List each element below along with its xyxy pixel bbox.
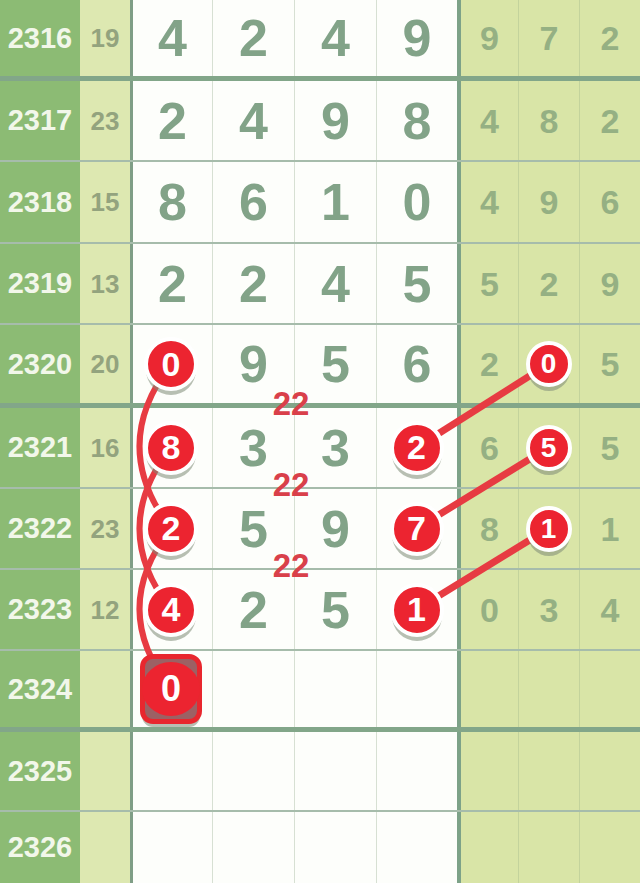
cell-2320-issue: 2320 <box>0 325 80 403</box>
cell-2324-sum <box>80 651 130 727</box>
cell-2325-r2 <box>518 732 579 810</box>
row-2322: 2322232597811 <box>0 489 640 570</box>
cell-2321-r1: 6 <box>457 408 518 487</box>
cell-2323-d3: 5 <box>294 570 376 649</box>
cell-2318-r3: 6 <box>579 162 640 242</box>
cell-2316-d4: 9 <box>376 0 457 76</box>
cell-2316-r2: 7 <box>518 0 579 76</box>
cell-2321-r3: 5 <box>579 408 640 487</box>
cell-2318-d2: 6 <box>212 162 294 242</box>
cell-2321-sum: 16 <box>80 408 130 487</box>
cell-2320-r2: 0 <box>518 325 579 403</box>
cell-2324-d2 <box>212 651 294 727</box>
cell-2316-r1: 9 <box>457 0 518 76</box>
cell-2323-r2: 3 <box>518 570 579 649</box>
cell-2317-d1: 2 <box>130 81 212 160</box>
row-2320: 2320200956205 <box>0 325 640 408</box>
cell-2326-sum <box>80 812 130 883</box>
cell-2324-r2 <box>518 651 579 727</box>
cell-2325-d1 <box>130 732 212 810</box>
cell-2321-r2: 5 <box>518 408 579 487</box>
cell-2319-sum: 13 <box>80 244 130 323</box>
cell-2324-r1 <box>457 651 518 727</box>
cell-2326-d4 <box>376 812 457 883</box>
cell-2316-sum: 19 <box>80 0 130 76</box>
cell-2326-r2 <box>518 812 579 883</box>
cell-2316-d2: 2 <box>212 0 294 76</box>
cell-2323-sum: 12 <box>80 570 130 649</box>
cell-2326-d1 <box>130 812 212 883</box>
cell-2318-r2: 9 <box>518 162 579 242</box>
cell-2325-r3 <box>579 732 640 810</box>
cell-2319-r3: 9 <box>579 244 640 323</box>
cell-2321-d4: 2 <box>376 408 457 487</box>
cell-2316-d3: 4 <box>294 0 376 76</box>
row-2316: 2316194249972 <box>0 0 640 81</box>
cell-2323-r1: 0 <box>457 570 518 649</box>
row-2323: 2323124251034 <box>0 570 640 651</box>
cell-2326-d2 <box>212 812 294 883</box>
cell-2318-d3: 1 <box>294 162 376 242</box>
cell-2320-d1: 0 <box>130 325 212 403</box>
cell-2326-r3 <box>579 812 640 883</box>
cell-2323-r3: 4 <box>579 570 640 649</box>
cell-2320-d3: 5 <box>294 325 376 403</box>
cell-2324-d3 <box>294 651 376 727</box>
cell-2318-d1: 8 <box>130 162 212 242</box>
cell-2322-d1: 2 <box>130 489 212 568</box>
cell-2319-issue: 2319 <box>0 244 80 323</box>
cell-2320-d4: 6 <box>376 325 457 403</box>
cell-2317-issue: 2317 <box>0 81 80 160</box>
cell-2318-d4: 0 <box>376 162 457 242</box>
cell-2324-d1: 0 <box>130 651 212 727</box>
cell-2317-r3: 2 <box>579 81 640 160</box>
cell-2322-r2: 1 <box>518 489 579 568</box>
cell-2325-issue: 2325 <box>0 732 80 810</box>
cell-2321-d3: 3 <box>294 408 376 487</box>
cell-2325-d2 <box>212 732 294 810</box>
cell-2326-d3 <box>294 812 376 883</box>
cell-2316-r3: 2 <box>579 0 640 76</box>
cell-2317-d4: 8 <box>376 81 457 160</box>
cell-2324-d4 <box>376 651 457 727</box>
cell-2316-issue: 2316 <box>0 0 80 76</box>
cell-2323-issue: 2323 <box>0 570 80 649</box>
cell-2326-issue: 2326 <box>0 812 80 883</box>
cell-2324-issue: 2324 <box>0 651 80 727</box>
cell-2321-d1: 8 <box>130 408 212 487</box>
cell-2318-sum: 15 <box>80 162 130 242</box>
cell-2323-d4: 1 <box>376 570 457 649</box>
cell-2325-d4 <box>376 732 457 810</box>
cell-2320-r3: 5 <box>579 325 640 403</box>
cell-2325-sum <box>80 732 130 810</box>
cell-2322-d2: 5 <box>212 489 294 568</box>
row-2324: 23240 <box>0 651 640 732</box>
cell-2319-d2: 2 <box>212 244 294 323</box>
cell-2322-issue: 2322 <box>0 489 80 568</box>
row-2319: 2319132245529 <box>0 244 640 325</box>
cell-2325-d3 <box>294 732 376 810</box>
cell-2322-r3: 1 <box>579 489 640 568</box>
cell-2322-d4: 7 <box>376 489 457 568</box>
cell-2322-d3: 9 <box>294 489 376 568</box>
cell-2323-d2: 2 <box>212 570 294 649</box>
cell-2317-d2: 4 <box>212 81 294 160</box>
cell-2320-sum: 20 <box>80 325 130 403</box>
cell-2319-d3: 4 <box>294 244 376 323</box>
cell-2318-issue: 2318 <box>0 162 80 242</box>
cell-2320-r1: 2 <box>457 325 518 403</box>
cell-2326-r1 <box>457 812 518 883</box>
cell-2318-r1: 4 <box>457 162 518 242</box>
row-2318: 2318158610496 <box>0 162 640 244</box>
cell-2319-d1: 2 <box>130 244 212 323</box>
cell-2324-r3 <box>579 651 640 727</box>
cell-2319-d4: 5 <box>376 244 457 323</box>
cell-2317-r1: 4 <box>457 81 518 160</box>
cell-2325-r1 <box>457 732 518 810</box>
row-2325: 2325 <box>0 732 640 812</box>
cell-2322-sum: 23 <box>80 489 130 568</box>
cell-2316-d1: 4 <box>130 0 212 76</box>
cell-2319-r2: 2 <box>518 244 579 323</box>
cell-2317-d3: 9 <box>294 81 376 160</box>
cell-2321-issue: 2321 <box>0 408 80 487</box>
cell-2320-d2: 9 <box>212 325 294 403</box>
cell-2319-r1: 5 <box>457 244 518 323</box>
cell-2321-d2: 3 <box>212 408 294 487</box>
cell-2317-sum: 23 <box>80 81 130 160</box>
row-2321: 2321168332655 <box>0 408 640 489</box>
lottery-trend-chart: 2316194249972231723249848223181586104962… <box>0 0 640 883</box>
number-grid: 2316194249972231723249848223181586104962… <box>0 0 640 883</box>
row-2326: 2326 <box>0 812 640 883</box>
cell-2322-r1: 8 <box>457 489 518 568</box>
cell-2317-r2: 8 <box>518 81 579 160</box>
row-2317: 2317232498482 <box>0 81 640 162</box>
cell-2323-d1: 4 <box>130 570 212 649</box>
